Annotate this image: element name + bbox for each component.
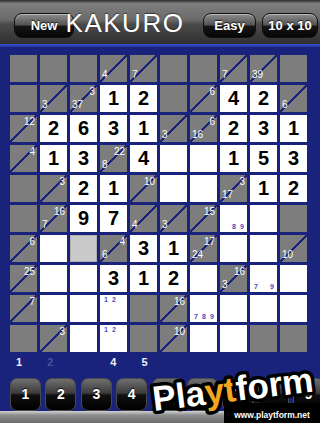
pencil-marks: 79 — [252, 266, 276, 291]
down-clue: 16 — [192, 130, 203, 140]
pencil-digit: 9 — [208, 313, 216, 321]
down-clue: 7 — [222, 70, 228, 80]
entry-cell[interactable]: 1 — [130, 115, 157, 142]
across-clue: 16 — [174, 297, 185, 307]
entry-cell[interactable] — [70, 325, 97, 352]
down-clue: 24 — [192, 250, 203, 260]
clue-cell: 39 — [250, 55, 277, 82]
across-clue: 15 — [204, 207, 215, 217]
entry-cell[interactable]: 4 — [220, 85, 247, 112]
entry-cell[interactable]: 3 — [250, 115, 277, 142]
pencil-digit: 2 — [110, 326, 118, 334]
blocked-cell — [160, 85, 187, 112]
cell-value: 2 — [70, 175, 97, 202]
down-clue: 7 — [132, 70, 138, 80]
keypad-button-1[interactable]: 1 — [10, 378, 41, 411]
pencil-digit: 8 — [230, 223, 238, 231]
entry-cell[interactable]: 1 — [100, 85, 127, 112]
blocked-cell — [160, 55, 187, 82]
down-clue: 4 — [132, 220, 138, 230]
cell-value: 3 — [280, 145, 307, 172]
across-clue: 3 — [89, 87, 95, 97]
cell-value: 1 — [160, 235, 187, 262]
clue-cell: 25 — [10, 265, 37, 292]
entry-cell[interactable]: 2 — [160, 265, 187, 292]
entry-cell[interactable] — [190, 175, 217, 202]
entry-cell[interactable]: 1 — [280, 115, 307, 142]
pencil-marks: 789 — [192, 296, 216, 321]
down-clue: 7 — [42, 220, 48, 230]
entry-cell[interactable]: 1 — [220, 145, 247, 172]
across-clue: 6 — [29, 237, 35, 247]
keypad-button-4[interactable]: 4 — [116, 378, 147, 411]
cell-value: 3 — [100, 115, 127, 142]
blocked-cell — [250, 325, 277, 352]
clue-cell: 10 — [130, 175, 157, 202]
down-clue: 6 — [282, 100, 288, 110]
across-clue: 12 — [24, 117, 35, 127]
entry-cell[interactable] — [40, 265, 67, 292]
clue-cell: 167 — [40, 205, 67, 232]
blocked-cell — [70, 55, 97, 82]
svg-text:Playtform: Playtform — [150, 360, 315, 417]
across-clue: 7 — [29, 297, 35, 307]
kakuro-board: 4773933371264261226313616231413228415332… — [10, 55, 307, 352]
down-clue: 10 — [282, 250, 293, 260]
clue-cell: 3 — [40, 175, 67, 202]
entry-cell[interactable] — [280, 265, 307, 292]
keypad-button-2[interactable]: 2 — [45, 378, 76, 411]
cell-value: 1 — [130, 265, 157, 292]
entry-cell[interactable]: 12 — [100, 325, 127, 352]
across-clue: 6 — [209, 87, 215, 97]
entry-cell[interactable]: 789 — [190, 295, 217, 322]
blocked-cell — [130, 325, 157, 352]
entry-cell[interactable] — [220, 295, 247, 322]
digit-indicator-1: 1 — [12, 356, 26, 368]
entry-cell[interactable] — [250, 235, 277, 262]
clue-cell: 4 — [130, 205, 157, 232]
clue-cell: 15 — [190, 205, 217, 232]
cell-value: 1 — [250, 175, 277, 202]
entry-cell[interactable]: 2 — [250, 85, 277, 112]
cell-value: 2 — [220, 115, 247, 142]
clue-cell: 3 — [160, 115, 187, 142]
clue-cell: 3 — [40, 85, 67, 112]
cell-value: 2 — [250, 85, 277, 112]
entry-cell[interactable]: 3 — [100, 265, 127, 292]
entry-cell[interactable] — [190, 145, 217, 172]
entry-cell[interactable]: 6 — [70, 115, 97, 142]
clue-cell: 6 — [10, 235, 37, 262]
header-bar: New KAKURO Easy 10 x 10 — [0, 0, 320, 44]
entry-cell[interactable] — [70, 265, 97, 292]
pencil-digit: 8 — [200, 313, 208, 321]
down-clue: 6 — [102, 250, 108, 260]
header-divider — [0, 44, 320, 47]
entry-cell[interactable]: 12 — [100, 295, 127, 322]
clue-cell: 7 — [130, 55, 157, 82]
blocked-cell — [130, 295, 157, 322]
pencil-digit: 1 — [102, 296, 110, 304]
cell-value: 4 — [220, 85, 247, 112]
entry-cell[interactable]: 3 — [100, 115, 127, 142]
cell-value: 1 — [100, 175, 127, 202]
entry-cell[interactable] — [280, 295, 307, 322]
cell-value: 5 — [250, 145, 277, 172]
entry-cell[interactable]: 9 — [70, 205, 97, 232]
digit-indicator-2: 2 — [43, 356, 57, 368]
app-title: KAKURO — [62, 8, 188, 38]
clue-cell: 6 — [190, 85, 217, 112]
entry-cell[interactable]: 1 — [250, 175, 277, 202]
cell-value: 3 — [100, 265, 127, 292]
cell-value: 9 — [70, 205, 97, 232]
entry-cell[interactable]: 2 — [280, 175, 307, 202]
clue-cell: 3 — [40, 325, 67, 352]
entry-cell[interactable]: 5 — [250, 145, 277, 172]
entry-cell[interactable]: 1 — [160, 235, 187, 262]
across-clue: 3 — [239, 177, 245, 187]
keypad-button-3[interactable]: 3 — [81, 378, 112, 411]
entry-cell[interactable]: 1 — [100, 175, 127, 202]
clue-cell: 46 — [100, 235, 127, 262]
pencil-marks: 12 — [102, 296, 126, 321]
across-clue: 16 — [54, 207, 65, 217]
pencil-digit: 1 — [102, 326, 110, 334]
pencil-digit: 7 — [192, 313, 200, 321]
board-size-button[interactable]: 10 x 10 — [262, 13, 318, 38]
clue-cell: 7 — [10, 295, 37, 322]
entry-cell[interactable]: 1 — [40, 145, 67, 172]
cell-value: 3 — [130, 235, 157, 262]
cell-value: 2 — [160, 265, 187, 292]
entry-cell[interactable]: 3 — [130, 235, 157, 262]
entry-cell[interactable]: 79 — [250, 265, 277, 292]
down-clue: 39 — [252, 70, 263, 80]
across-clue: 3 — [59, 177, 65, 187]
entry-cell[interactable] — [190, 265, 217, 292]
cell-value: 4 — [130, 145, 157, 172]
cell-value: 7 — [100, 205, 127, 232]
clue-cell: 4 — [100, 55, 127, 82]
clue-cell: 6 — [280, 85, 307, 112]
clue-cell: 317 — [220, 175, 247, 202]
pencil-marks: 12 — [102, 326, 126, 351]
entry-cell[interactable] — [160, 175, 187, 202]
cell-value: 6 — [70, 115, 97, 142]
entry-cell[interactable] — [250, 295, 277, 322]
down-clue: 3 — [162, 130, 168, 140]
cell-value: 1 — [130, 115, 157, 142]
entry-cell[interactable] — [40, 235, 67, 262]
blocked-cell — [280, 325, 307, 352]
clue-cell: 16 — [160, 295, 187, 322]
entry-cell[interactable] — [40, 295, 67, 322]
blocked-cell — [280, 55, 307, 82]
selected-entry-cell[interactable] — [70, 235, 97, 262]
across-clue: 4 — [29, 147, 35, 157]
entry-cell[interactable]: 89 — [220, 205, 247, 232]
pencil-marks: 89 — [222, 206, 246, 231]
down-clue: 17 — [222, 190, 233, 200]
down-clue: 3 — [222, 280, 228, 290]
across-clue: 10 — [144, 177, 155, 187]
blocked-cell — [10, 55, 37, 82]
clue-cell: 7 — [220, 55, 247, 82]
down-clue: 4 — [102, 70, 108, 80]
entry-cell[interactable]: 1 — [130, 265, 157, 292]
entry-cell[interactable]: 2 — [40, 115, 67, 142]
down-clue: 3 — [42, 100, 48, 110]
blocked-cell — [10, 325, 37, 352]
entry-cell[interactable]: 2 — [220, 115, 247, 142]
clue-cell: 4 — [10, 145, 37, 172]
blocked-cell — [10, 175, 37, 202]
entry-cell[interactable]: 2 — [70, 175, 97, 202]
cell-value: 2 — [40, 115, 67, 142]
blocked-cell — [40, 55, 67, 82]
entry-cell[interactable] — [250, 205, 277, 232]
entry-cell[interactable] — [70, 295, 97, 322]
down-clue: 37 — [72, 100, 83, 110]
entry-cell[interactable] — [220, 325, 247, 352]
across-clue: 22 — [114, 147, 125, 157]
pencil-digit: 9 — [238, 223, 246, 231]
clue-cell: 10 — [160, 325, 187, 352]
across-clue: 25 — [24, 267, 35, 277]
pencil-digit: 7 — [252, 283, 260, 291]
cell-value: 1 — [40, 145, 67, 172]
clue-cell: 3 — [160, 205, 187, 232]
across-clue: 6 — [209, 117, 215, 127]
blocked-cell — [10, 85, 37, 112]
clue-cell: 10 — [280, 235, 307, 262]
down-clue: 8 — [102, 160, 108, 170]
playtform-logo: Playtform — [146, 355, 320, 417]
clue-cell: 163 — [220, 265, 247, 292]
cell-value: 1 — [220, 145, 247, 172]
across-clue: 10 — [174, 327, 185, 337]
across-clue: 3 — [59, 327, 65, 337]
clue-cell: 228 — [100, 145, 127, 172]
difficulty-button[interactable]: Easy — [203, 13, 256, 38]
across-clue: 4 — [119, 237, 125, 247]
digit-indicator-4: 4 — [106, 356, 120, 368]
cell-value: 2 — [280, 175, 307, 202]
entry-cell[interactable] — [220, 235, 247, 262]
blocked-cell — [280, 205, 307, 232]
cell-value: 1 — [100, 85, 127, 112]
entry-cell[interactable]: 3 — [70, 145, 97, 172]
entry-cell[interactable] — [190, 325, 217, 352]
clue-cell: 1724 — [190, 235, 217, 262]
blocked-cell — [10, 205, 37, 232]
down-clue: 3 — [162, 220, 168, 230]
entry-cell[interactable]: 7 — [100, 205, 127, 232]
cell-value: 3 — [70, 145, 97, 172]
entry-cell[interactable] — [160, 145, 187, 172]
cell-value: 2 — [130, 85, 157, 112]
entry-cell[interactable]: 2 — [130, 85, 157, 112]
clue-cell: 12 — [10, 115, 37, 142]
across-clue: 17 — [204, 237, 215, 247]
cell-value: 1 — [280, 115, 307, 142]
blocked-cell — [190, 55, 217, 82]
entry-cell[interactable]: 3 — [280, 145, 307, 172]
clue-cell: 337 — [70, 85, 97, 112]
cell-value: 3 — [250, 115, 277, 142]
pencil-digit: 2 — [110, 296, 118, 304]
entry-cell[interactable]: 4 — [130, 145, 157, 172]
clue-cell: 616 — [190, 115, 217, 142]
pencil-digit: 9 — [268, 283, 276, 291]
across-clue: 16 — [234, 267, 245, 277]
